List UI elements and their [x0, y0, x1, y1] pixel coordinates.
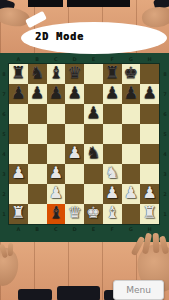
square-e6[interactable]: ♟ — [84, 104, 103, 124]
square-f3[interactable]: ♞ — [103, 164, 122, 184]
square-g8[interactable]: ♚ — [122, 64, 141, 84]
square-b1[interactable] — [28, 204, 47, 224]
square-d6[interactable] — [65, 104, 84, 124]
coord-label: 8 — [161, 64, 169, 84]
coord-label: H — [140, 56, 159, 62]
square-b2[interactable] — [28, 184, 47, 204]
square-g6[interactable] — [122, 104, 141, 124]
white-pawn[interactable]: ♟ — [142, 185, 156, 201]
coord-label: 7 — [0, 84, 8, 104]
square-d4[interactable]: ♟ — [65, 144, 84, 164]
rank-labels-left: 87654321 — [0, 64, 8, 224]
white-rook[interactable]: ♜ — [142, 205, 156, 221]
coord-label: 2 — [161, 184, 169, 204]
black-knight[interactable]: ♞ — [86, 145, 100, 161]
white-knight[interactable]: ♞ — [105, 165, 119, 181]
square-e1[interactable]: ♚ — [84, 204, 103, 224]
square-h5[interactable] — [140, 124, 159, 144]
square-c3[interactable]: ♟ — [47, 164, 66, 184]
square-h1[interactable]: ♜ — [140, 204, 159, 224]
square-e5[interactable] — [84, 124, 103, 144]
black-queen[interactable]: ♛ — [67, 65, 81, 81]
coord-label: 3 — [0, 164, 8, 184]
mode-label: 2D Mode — [35, 31, 84, 42]
square-a1[interactable]: ♜ — [9, 204, 28, 224]
square-b7[interactable]: ♟ — [28, 84, 47, 104]
square-d3[interactable] — [65, 164, 84, 184]
opponent-torso — [67, 0, 130, 7]
white-pawn[interactable]: ♟ — [105, 185, 119, 201]
square-d8[interactable]: ♛ — [65, 64, 84, 84]
black-pawn[interactable]: ♟ — [105, 85, 119, 101]
black-pawn[interactable]: ♟ — [49, 85, 63, 101]
square-c7[interactable]: ♟ — [47, 84, 66, 104]
square-g3[interactable] — [122, 164, 141, 184]
square-c5[interactable] — [47, 124, 66, 144]
square-c1[interactable]: ♝ — [47, 204, 66, 224]
square-b3[interactable] — [28, 164, 47, 184]
coord-label: B — [28, 226, 47, 232]
coord-label: 4 — [0, 144, 8, 164]
coord-label: A — [9, 56, 28, 62]
opponent-torso — [28, 0, 63, 7]
square-b6[interactable] — [28, 104, 47, 124]
square-a3[interactable]: ♟ — [9, 164, 28, 184]
black-king[interactable]: ♚ — [124, 65, 138, 81]
menu-button-label: Menu — [126, 285, 151, 295]
square-h8[interactable] — [140, 64, 159, 84]
black-pawn[interactable]: ♟ — [124, 85, 138, 101]
square-a5[interactable] — [9, 124, 28, 144]
square-c4[interactable] — [47, 144, 66, 164]
coord-label: G — [122, 226, 141, 232]
square-f5[interactable] — [103, 124, 122, 144]
square-f4[interactable] — [103, 144, 122, 164]
square-c2[interactable]: ♟ — [47, 184, 66, 204]
coord-label: 8 — [0, 64, 8, 84]
square-b8[interactable]: ♞ — [28, 64, 47, 84]
black-bishop[interactable]: ♝ — [49, 205, 63, 221]
square-e7[interactable] — [84, 84, 103, 104]
menu-button[interactable]: Menu — [113, 280, 164, 300]
coord-label: D — [65, 56, 84, 62]
square-h7[interactable]: ♟ — [140, 84, 159, 104]
square-c6[interactable] — [47, 104, 66, 124]
board-mat: ABCDEFGH 87654321 ♜♞♝♛♜♚♟♟♟♟♟♟♟♟♟♞♟♟♞♟♟♟… — [0, 53, 169, 242]
square-g7[interactable]: ♟ — [122, 84, 141, 104]
square-h2[interactable]: ♟ — [140, 184, 159, 204]
white-pawn[interactable]: ♟ — [124, 185, 138, 201]
coord-label: 7 — [161, 84, 169, 104]
white-pawn[interactable]: ♟ — [49, 185, 63, 201]
opponent-right-hand — [141, 5, 169, 29]
white-pawn[interactable]: ♟ — [49, 165, 63, 181]
square-g1[interactable] — [122, 204, 141, 224]
file-labels-bottom: ABCDEFGH — [9, 226, 159, 232]
square-g2[interactable]: ♟ — [122, 184, 141, 204]
square-f6[interactable] — [103, 104, 122, 124]
white-king[interactable]: ♚ — [86, 205, 100, 221]
white-rook[interactable]: ♜ — [11, 205, 25, 221]
square-d7[interactable]: ♟ — [65, 84, 84, 104]
coord-label: 5 — [161, 124, 169, 144]
coord-label: 3 — [161, 164, 169, 184]
black-bishop[interactable]: ♝ — [49, 65, 63, 81]
square-d5[interactable] — [65, 124, 84, 144]
player-clothing — [57, 286, 100, 300]
black-rook[interactable]: ♜ — [105, 65, 119, 81]
chess-app-screen: 2D Mode ABCDEFGH 87654321 ♜♞♝♛♜♚♟♟♟♟♟♟♟♟… — [0, 0, 169, 300]
square-a7[interactable]: ♟ — [9, 84, 28, 104]
white-pawn[interactable]: ♟ — [11, 165, 25, 181]
square-h3[interactable] — [140, 164, 159, 184]
square-h6[interactable] — [140, 104, 159, 124]
square-a2[interactable] — [9, 184, 28, 204]
coord-label: A — [9, 226, 28, 232]
coord-label: C — [47, 56, 66, 62]
square-f1[interactable]: ♝ — [103, 204, 122, 224]
square-f7[interactable]: ♟ — [103, 84, 122, 104]
opponent-left-hand — [0, 6, 31, 29]
white-pawn[interactable]: ♟ — [67, 145, 81, 161]
coord-label: 2 — [0, 184, 8, 204]
player-right-fingers — [153, 233, 160, 253]
black-pawn[interactable]: ♟ — [30, 85, 44, 101]
square-d2[interactable] — [65, 184, 84, 204]
coord-label: F — [103, 56, 122, 62]
square-g4[interactable] — [122, 144, 141, 164]
square-h4[interactable] — [140, 144, 159, 164]
square-b5[interactable] — [28, 124, 47, 144]
square-f8[interactable]: ♜ — [103, 64, 122, 84]
file-labels-top: ABCDEFGH — [9, 56, 159, 62]
square-a8[interactable]: ♜ — [9, 64, 28, 84]
player-clothing — [18, 289, 52, 300]
black-rook[interactable]: ♜ — [11, 65, 25, 81]
coord-label: 1 — [0, 204, 8, 224]
coord-label: G — [122, 56, 141, 62]
square-e3[interactable] — [84, 164, 103, 184]
white-queen[interactable]: ♛ — [67, 205, 81, 221]
coord-label: 4 — [161, 144, 169, 164]
square-b4[interactable] — [28, 144, 47, 164]
coord-label: E — [84, 226, 103, 232]
square-a4[interactable] — [9, 144, 28, 164]
square-e4[interactable]: ♞ — [84, 144, 103, 164]
player-left-fingers — [8, 243, 13, 256]
coord-label: D — [65, 226, 84, 232]
coord-label: C — [47, 226, 66, 232]
square-e2[interactable] — [84, 184, 103, 204]
coord-label: 6 — [161, 104, 169, 124]
square-a6[interactable] — [9, 104, 28, 124]
black-pawn[interactable]: ♟ — [11, 85, 25, 101]
black-pawn[interactable]: ♟ — [86, 105, 100, 121]
chess-board[interactable]: ♜♞♝♛♜♚♟♟♟♟♟♟♟♟♟♞♟♟♞♟♟♟♟♜♝♛♚♝♜ — [9, 64, 159, 224]
black-knight[interactable]: ♞ — [30, 65, 44, 81]
coord-label: H — [140, 226, 159, 232]
coord-label: E — [84, 56, 103, 62]
coord-label: 6 — [0, 104, 8, 124]
speech-bubble: 2D Mode — [21, 22, 167, 54]
coord-label: F — [103, 226, 122, 232]
coord-label: 5 — [0, 124, 8, 144]
coord-label: B — [28, 56, 47, 62]
black-pawn[interactable]: ♟ — [142, 85, 156, 101]
black-pawn[interactable]: ♟ — [67, 85, 81, 101]
square-g5[interactable] — [122, 124, 141, 144]
square-e8[interactable] — [84, 64, 103, 84]
coord-label: 1 — [161, 204, 169, 224]
square-d1[interactable]: ♛ — [65, 204, 84, 224]
white-bishop[interactable]: ♝ — [105, 205, 119, 221]
square-f2[interactable]: ♟ — [103, 184, 122, 204]
rank-labels-right: 87654321 — [161, 64, 169, 224]
square-c8[interactable]: ♝ — [47, 64, 66, 84]
